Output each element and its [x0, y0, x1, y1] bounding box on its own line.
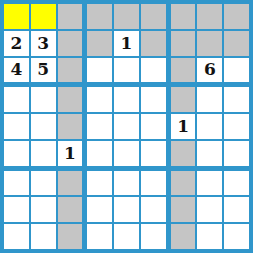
cell-r8c8[interactable]: [197, 197, 222, 222]
cell-r4c3[interactable]: [58, 87, 83, 112]
cell-r9c8[interactable]: [197, 224, 222, 249]
cell-r2c8[interactable]: [197, 31, 222, 56]
cell-r6c9[interactable]: [224, 141, 249, 166]
cell-r8c9[interactable]: [224, 197, 249, 222]
cell-r9c6[interactable]: [141, 224, 166, 249]
box-2: 1: [87, 4, 165, 82]
cell-r1c9[interactable]: [224, 4, 249, 29]
box-3: 6: [171, 4, 249, 82]
box-1: 2345: [4, 4, 82, 82]
cell-r5c1[interactable]: [4, 114, 29, 139]
cell-r2c2[interactable]: 3: [31, 31, 56, 56]
cell-r1c1[interactable]: [4, 4, 29, 29]
cell-r5c7[interactable]: 1: [171, 114, 196, 139]
cell-r4c4[interactable]: [87, 87, 112, 112]
cell-r3c4[interactable]: [87, 58, 112, 83]
cell-r1c5[interactable]: [114, 4, 139, 29]
cell-r3c6[interactable]: [141, 58, 166, 83]
cell-r9c7[interactable]: [171, 224, 196, 249]
cell-r9c3[interactable]: [58, 224, 83, 249]
cell-r1c8[interactable]: [197, 4, 222, 29]
cell-r2c4[interactable]: [87, 31, 112, 56]
cell-r2c5[interactable]: 1: [114, 31, 139, 56]
cell-r8c1[interactable]: [4, 197, 29, 222]
cell-r7c9[interactable]: [224, 171, 249, 196]
cell-r7c2[interactable]: [31, 171, 56, 196]
cell-r2c7[interactable]: [171, 31, 196, 56]
cell-r9c2[interactable]: [31, 224, 56, 249]
cell-r7c4[interactable]: [87, 171, 112, 196]
cell-r2c6[interactable]: [141, 31, 166, 56]
cell-r4c8[interactable]: [197, 87, 222, 112]
cell-r4c7[interactable]: [171, 87, 196, 112]
cell-r6c2[interactable]: [31, 141, 56, 166]
cell-r6c3[interactable]: 1: [58, 141, 83, 166]
cell-r6c6[interactable]: [141, 141, 166, 166]
cell-r7c7[interactable]: [171, 171, 196, 196]
cell-r8c3[interactable]: [58, 197, 83, 222]
box-9: [171, 171, 249, 249]
cell-r5c2[interactable]: [31, 114, 56, 139]
cell-r1c2[interactable]: [31, 4, 56, 29]
cell-r7c6[interactable]: [141, 171, 166, 196]
cell-r6c4[interactable]: [87, 141, 112, 166]
cell-r3c9[interactable]: [224, 58, 249, 83]
cell-r4c6[interactable]: [141, 87, 166, 112]
cell-r3c8[interactable]: 6: [197, 58, 222, 83]
cell-r8c5[interactable]: [114, 197, 139, 222]
cell-r6c1[interactable]: [4, 141, 29, 166]
cell-r7c5[interactable]: [114, 171, 139, 196]
cell-r8c2[interactable]: [31, 197, 56, 222]
cell-r1c4[interactable]: [87, 4, 112, 29]
cell-r6c5[interactable]: [114, 141, 139, 166]
cell-r2c9[interactable]: [224, 31, 249, 56]
cell-r8c7[interactable]: [171, 197, 196, 222]
cell-r5c5[interactable]: [114, 114, 139, 139]
cell-r2c3[interactable]: [58, 31, 83, 56]
cell-r4c2[interactable]: [31, 87, 56, 112]
cell-r6c8[interactable]: [197, 141, 222, 166]
cell-r3c5[interactable]: [114, 58, 139, 83]
cell-r8c4[interactable]: [87, 197, 112, 222]
box-4: 1: [4, 87, 82, 165]
cell-r5c3[interactable]: [58, 114, 83, 139]
cell-r5c4[interactable]: [87, 114, 112, 139]
box-8: [87, 171, 165, 249]
cell-r3c2[interactable]: 5: [31, 58, 56, 83]
cell-r8c6[interactable]: [141, 197, 166, 222]
cell-r3c7[interactable]: [171, 58, 196, 83]
cell-r5c9[interactable]: [224, 114, 249, 139]
cell-r9c4[interactable]: [87, 224, 112, 249]
cell-r1c3[interactable]: [58, 4, 83, 29]
cell-r7c3[interactable]: [58, 171, 83, 196]
cell-r5c8[interactable]: [197, 114, 222, 139]
cell-r6c7[interactable]: [171, 141, 196, 166]
cell-r7c8[interactable]: [197, 171, 222, 196]
cell-r9c1[interactable]: [4, 224, 29, 249]
cell-r9c5[interactable]: [114, 224, 139, 249]
cell-r2c1[interactable]: 2: [4, 31, 29, 56]
cell-r3c1[interactable]: 4: [4, 58, 29, 83]
cell-r7c1[interactable]: [4, 171, 29, 196]
cell-r4c5[interactable]: [114, 87, 139, 112]
cell-r4c9[interactable]: [224, 87, 249, 112]
cell-r1c6[interactable]: [141, 4, 166, 29]
cell-r3c3[interactable]: [58, 58, 83, 83]
sudoku-board: 23451611: [0, 0, 253, 253]
box-6: 1: [171, 87, 249, 165]
cell-r1c7[interactable]: [171, 4, 196, 29]
cell-r9c9[interactable]: [224, 224, 249, 249]
box-5: [87, 87, 165, 165]
box-7: [4, 171, 82, 249]
cell-r4c1[interactable]: [4, 87, 29, 112]
cell-r5c6[interactable]: [141, 114, 166, 139]
